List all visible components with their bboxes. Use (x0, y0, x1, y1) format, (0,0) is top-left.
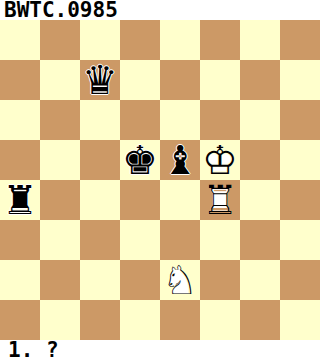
white-knight[interactable]: ♞♘ (160, 260, 200, 300)
square-e3[interactable] (160, 220, 200, 260)
square-d5[interactable]: ♚ (120, 140, 160, 180)
square-d2[interactable] (120, 260, 160, 300)
move-prompt: 1. ? (0, 340, 320, 360)
square-d3[interactable] (120, 220, 160, 260)
black-bishop[interactable]: ♝ (160, 140, 200, 180)
square-b2[interactable] (40, 260, 80, 300)
square-d6[interactable] (120, 100, 160, 140)
square-e7[interactable] (160, 60, 200, 100)
square-d8[interactable] (120, 20, 160, 60)
square-b8[interactable] (40, 20, 80, 60)
square-e4[interactable] (160, 180, 200, 220)
square-b6[interactable] (40, 100, 80, 140)
square-d7[interactable] (120, 60, 160, 100)
square-c4[interactable] (80, 180, 120, 220)
square-h6[interactable] (280, 100, 320, 140)
square-h5[interactable] (280, 140, 320, 180)
chess-board: ♛♚♝♚♔♜♜♖♞♘ (0, 20, 320, 340)
square-g4[interactable] (240, 180, 280, 220)
square-f4[interactable]: ♜♖ (200, 180, 240, 220)
square-g2[interactable] (240, 260, 280, 300)
chess-puzzle-app: BWTC.0985 ♛♚♝♚♔♜♜♖♞♘ 1. ? (0, 0, 320, 360)
square-h7[interactable] (280, 60, 320, 100)
square-f1[interactable] (200, 300, 240, 340)
white-rook[interactable]: ♜♖ (200, 180, 240, 220)
square-a6[interactable] (0, 100, 40, 140)
square-a8[interactable] (0, 20, 40, 60)
square-c6[interactable] (80, 100, 120, 140)
square-c3[interactable] (80, 220, 120, 260)
square-g3[interactable] (240, 220, 280, 260)
white-king[interactable]: ♚♔ (200, 140, 240, 180)
square-c1[interactable] (80, 300, 120, 340)
square-a2[interactable] (0, 260, 40, 300)
square-e8[interactable] (160, 20, 200, 60)
black-king[interactable]: ♚ (120, 140, 160, 180)
square-b5[interactable] (40, 140, 80, 180)
square-f3[interactable] (200, 220, 240, 260)
square-e5[interactable]: ♝ (160, 140, 200, 180)
square-e6[interactable] (160, 100, 200, 140)
square-c2[interactable] (80, 260, 120, 300)
square-a1[interactable] (0, 300, 40, 340)
square-f6[interactable] (200, 100, 240, 140)
square-f7[interactable] (200, 60, 240, 100)
square-b3[interactable] (40, 220, 80, 260)
square-f2[interactable] (200, 260, 240, 300)
square-b4[interactable] (40, 180, 80, 220)
square-f8[interactable] (200, 20, 240, 60)
square-g7[interactable] (240, 60, 280, 100)
square-h3[interactable] (280, 220, 320, 260)
square-c7[interactable]: ♛ (80, 60, 120, 100)
square-h4[interactable] (280, 180, 320, 220)
puzzle-id: BWTC.0985 (0, 0, 320, 20)
square-c8[interactable] (80, 20, 120, 60)
square-d1[interactable] (120, 300, 160, 340)
black-queen[interactable]: ♛ (80, 60, 120, 100)
square-h8[interactable] (280, 20, 320, 60)
square-a7[interactable] (0, 60, 40, 100)
square-g8[interactable] (240, 20, 280, 60)
square-f5[interactable]: ♚♔ (200, 140, 240, 180)
black-rook[interactable]: ♜ (0, 180, 40, 220)
square-a5[interactable] (0, 140, 40, 180)
square-d4[interactable] (120, 180, 160, 220)
square-b7[interactable] (40, 60, 80, 100)
square-b1[interactable] (40, 300, 80, 340)
square-h2[interactable] (280, 260, 320, 300)
square-c5[interactable] (80, 140, 120, 180)
square-g6[interactable] (240, 100, 280, 140)
square-e2[interactable]: ♞♘ (160, 260, 200, 300)
square-g5[interactable] (240, 140, 280, 180)
square-h1[interactable] (280, 300, 320, 340)
square-g1[interactable] (240, 300, 280, 340)
square-e1[interactable] (160, 300, 200, 340)
square-a4[interactable]: ♜ (0, 180, 40, 220)
square-a3[interactable] (0, 220, 40, 260)
